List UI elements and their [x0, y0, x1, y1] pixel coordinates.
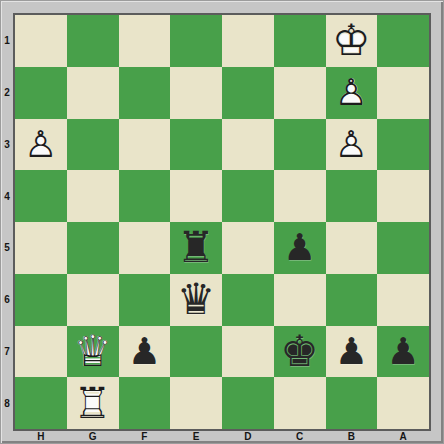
white-pawn-h3[interactable]: ♟♙	[15, 119, 67, 171]
square-d7[interactable]	[222, 326, 274, 378]
square-h1[interactable]	[15, 15, 67, 67]
white-rook-g8[interactable]: ♜♖	[67, 377, 119, 429]
rank-label-1: 1	[1, 15, 13, 67]
black-pawn-a7[interactable]: ♟	[377, 326, 429, 378]
square-e2[interactable]	[170, 67, 222, 119]
square-g4[interactable]	[67, 170, 119, 222]
white-king-b1[interactable]: ♚♔	[326, 15, 378, 67]
square-h7[interactable]	[15, 326, 67, 378]
square-g5[interactable]	[67, 222, 119, 274]
white-queen-g7[interactable]: ♛♕	[67, 326, 119, 378]
square-h2[interactable]	[15, 67, 67, 119]
white-pawn-b3[interactable]: ♟♙	[326, 119, 378, 171]
square-h8[interactable]	[15, 377, 67, 429]
black-pawn-f7[interactable]: ♟	[119, 326, 171, 378]
square-c5[interactable]: ♟	[274, 222, 326, 274]
black-king-c7[interactable]: ♚	[274, 326, 326, 378]
black-rook-e5[interactable]: ♜	[170, 222, 222, 274]
square-c6[interactable]	[274, 274, 326, 326]
rank-label-5: 5	[1, 222, 13, 274]
chessboard-frame: 12345678 HGFEDCBA ♚♔♟♙♟♙♟♙♜♟♛♛♕♟♚♟♟♜♖	[0, 0, 444, 444]
square-a1[interactable]	[377, 15, 429, 67]
square-g2[interactable]	[67, 67, 119, 119]
file-label-h: H	[15, 430, 67, 443]
square-c4[interactable]	[274, 170, 326, 222]
file-label-g: G	[67, 430, 119, 443]
square-d1[interactable]	[222, 15, 274, 67]
square-f3[interactable]	[119, 119, 171, 171]
square-a5[interactable]	[377, 222, 429, 274]
square-a3[interactable]	[377, 119, 429, 171]
square-h5[interactable]	[15, 222, 67, 274]
file-labels: HGFEDCBA	[15, 430, 429, 443]
board: ♚♔♟♙♟♙♟♙♜♟♛♛♕♟♚♟♟♜♖	[13, 13, 431, 431]
square-g3[interactable]	[67, 119, 119, 171]
square-a7[interactable]: ♟	[377, 326, 429, 378]
square-b1[interactable]: ♚♔	[326, 15, 378, 67]
rank-label-3: 3	[1, 119, 13, 171]
square-d2[interactable]	[222, 67, 274, 119]
file-label-d: D	[222, 430, 274, 443]
square-e5[interactable]: ♜	[170, 222, 222, 274]
square-b3[interactable]: ♟♙	[326, 119, 378, 171]
square-h6[interactable]	[15, 274, 67, 326]
square-e3[interactable]	[170, 119, 222, 171]
square-d5[interactable]	[222, 222, 274, 274]
square-b8[interactable]	[326, 377, 378, 429]
square-h4[interactable]	[15, 170, 67, 222]
black-pawn-b7[interactable]: ♟	[326, 326, 378, 378]
white-pawn-b2[interactable]: ♟♙	[326, 67, 378, 119]
square-g7[interactable]: ♛♕	[67, 326, 119, 378]
square-a2[interactable]	[377, 67, 429, 119]
black-queen-e6[interactable]: ♛	[170, 274, 222, 326]
square-e1[interactable]	[170, 15, 222, 67]
file-label-e: E	[170, 430, 222, 443]
square-g1[interactable]	[67, 15, 119, 67]
square-e4[interactable]	[170, 170, 222, 222]
square-c1[interactable]	[274, 15, 326, 67]
file-label-c: C	[274, 430, 326, 443]
square-b6[interactable]	[326, 274, 378, 326]
rank-label-6: 6	[1, 274, 13, 326]
black-pawn-c5[interactable]: ♟	[274, 222, 326, 274]
square-h3[interactable]: ♟♙	[15, 119, 67, 171]
rank-label-2: 2	[1, 67, 13, 119]
square-e7[interactable]	[170, 326, 222, 378]
square-d4[interactable]	[222, 170, 274, 222]
rank-label-7: 7	[1, 326, 13, 378]
file-label-b: B	[326, 430, 378, 443]
rank-label-4: 4	[1, 170, 13, 222]
square-g8[interactable]: ♜♖	[67, 377, 119, 429]
square-b7[interactable]: ♟	[326, 326, 378, 378]
square-g6[interactable]	[67, 274, 119, 326]
square-f7[interactable]: ♟	[119, 326, 171, 378]
square-f8[interactable]	[119, 377, 171, 429]
square-d6[interactable]	[222, 274, 274, 326]
square-d3[interactable]	[222, 119, 274, 171]
square-c8[interactable]	[274, 377, 326, 429]
square-d8[interactable]	[222, 377, 274, 429]
square-b5[interactable]	[326, 222, 378, 274]
square-b2[interactable]: ♟♙	[326, 67, 378, 119]
square-a8[interactable]	[377, 377, 429, 429]
square-f4[interactable]	[119, 170, 171, 222]
square-b4[interactable]	[326, 170, 378, 222]
rank-label-8: 8	[1, 377, 13, 429]
square-a4[interactable]	[377, 170, 429, 222]
file-label-a: A	[377, 430, 429, 443]
square-f6[interactable]	[119, 274, 171, 326]
file-label-f: F	[119, 430, 171, 443]
square-f5[interactable]	[119, 222, 171, 274]
square-a6[interactable]	[377, 274, 429, 326]
square-f1[interactable]	[119, 15, 171, 67]
square-c7[interactable]: ♚	[274, 326, 326, 378]
rank-labels: 12345678	[1, 15, 13, 429]
square-e8[interactable]	[170, 377, 222, 429]
square-c3[interactable]	[274, 119, 326, 171]
square-c2[interactable]	[274, 67, 326, 119]
square-f2[interactable]	[119, 67, 171, 119]
square-e6[interactable]: ♛	[170, 274, 222, 326]
